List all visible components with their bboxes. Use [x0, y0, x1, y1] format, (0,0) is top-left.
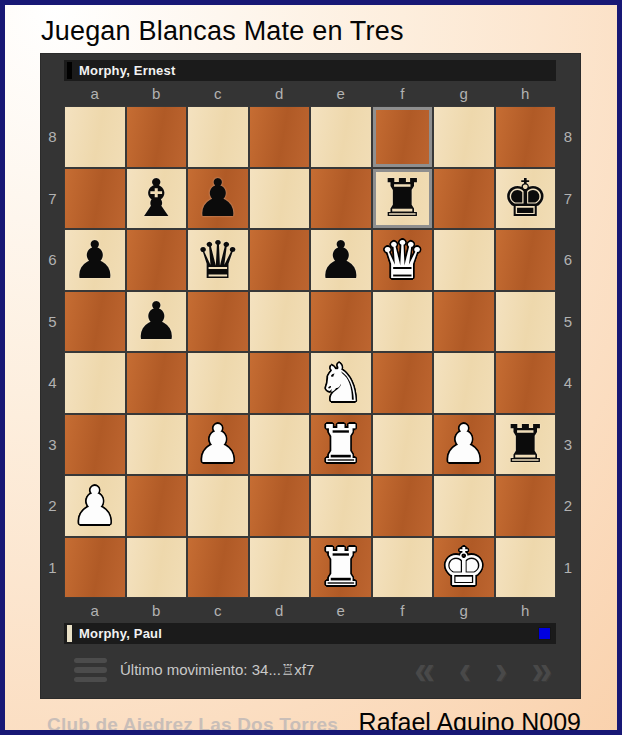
square-f7[interactable]: ♜	[372, 168, 434, 230]
square-g2[interactable]	[433, 475, 495, 537]
file-label-d: d	[249, 602, 311, 619]
square-a8[interactable]	[64, 106, 126, 168]
board-row-5: 5♟5	[41, 291, 580, 353]
file-label-c: c	[187, 85, 249, 102]
square-f8[interactable]	[372, 106, 434, 168]
nav-next-button[interactable]: ›	[495, 650, 507, 691]
square-c6[interactable]: ♛	[187, 229, 249, 291]
rank-label-7-left: 7	[41, 190, 64, 207]
square-a1[interactable]	[64, 537, 126, 599]
rank-label-5-right: 5	[556, 313, 580, 330]
file-label-d: d	[249, 85, 311, 102]
square-e8[interactable]	[310, 106, 372, 168]
black-pawn-c7: ♟	[194, 172, 241, 224]
square-e7[interactable]	[310, 168, 372, 230]
black-pawn-b5: ♟	[133, 295, 180, 347]
square-c8[interactable]	[187, 106, 249, 168]
white-pawn-a2: ♟	[71, 480, 118, 532]
player-bar-white: Morphy, Paul	[64, 623, 556, 644]
file-label-h: h	[495, 85, 557, 102]
black-color-indicator	[67, 62, 72, 79]
square-b1[interactable]	[126, 537, 188, 599]
player-name-white: Morphy, Paul	[79, 626, 162, 641]
square-c2[interactable]	[187, 475, 249, 537]
file-label-a: a	[64, 602, 126, 619]
square-g5[interactable]	[433, 291, 495, 353]
rank-label-1-left: 1	[41, 559, 64, 576]
square-h6[interactable]	[495, 229, 557, 291]
nav-first-button[interactable]: «	[414, 650, 435, 691]
rank-label-6-right: 6	[556, 251, 580, 268]
square-b3[interactable]	[126, 414, 188, 476]
square-e4[interactable]: ♞	[310, 352, 372, 414]
square-d2[interactable]	[249, 475, 311, 537]
white-rook-e3: ♜	[317, 418, 364, 470]
board-row-4: 4♞4	[41, 352, 580, 414]
square-b7[interactable]: ♝	[126, 168, 188, 230]
square-f4[interactable]	[372, 352, 434, 414]
square-e5[interactable]	[310, 291, 372, 353]
square-h2[interactable]	[495, 475, 557, 537]
square-h1[interactable]	[495, 537, 557, 599]
square-a7[interactable]	[64, 168, 126, 230]
white-queen-f6: ♛	[379, 234, 426, 286]
square-d5[interactable]	[249, 291, 311, 353]
black-pawn-a6: ♟	[71, 234, 118, 286]
move-navigation: « ‹ › »	[414, 652, 552, 689]
white-knight-e4: ♞	[317, 357, 364, 409]
file-label-e: e	[310, 602, 372, 619]
square-h3[interactable]: ♜	[495, 414, 557, 476]
square-b6[interactable]	[126, 229, 188, 291]
file-label-f: f	[372, 602, 434, 619]
square-a5[interactable]	[64, 291, 126, 353]
file-label-g: g	[433, 602, 495, 619]
rank-label-4-right: 4	[556, 374, 580, 391]
file-label-e: e	[310, 85, 372, 102]
black-pawn-e6: ♟	[317, 234, 364, 286]
board-row-7: 7♝♟♜♚7	[41, 168, 580, 230]
white-rook-e1: ♜	[317, 541, 364, 593]
rank-label-3-left: 3	[41, 436, 64, 453]
white-pawn-g3: ♟	[440, 418, 487, 470]
square-a2[interactable]: ♟	[64, 475, 126, 537]
menu-icon-line	[74, 667, 107, 673]
square-a6[interactable]: ♟	[64, 229, 126, 291]
black-rook-f7: ♜	[379, 172, 426, 224]
square-b8[interactable]	[126, 106, 188, 168]
board-row-6: 6♟♛♟♛6	[41, 229, 580, 291]
square-h8[interactable]	[495, 106, 557, 168]
file-label-h: h	[495, 602, 557, 619]
club-watermark: Club de Ajedrez Las Dos Torres	[47, 714, 338, 735]
rank-label-8-left: 8	[41, 128, 64, 145]
file-labels-top: abcdefgh	[41, 81, 580, 106]
square-c1[interactable]	[187, 537, 249, 599]
turn-indicator	[538, 627, 551, 640]
square-g7[interactable]	[433, 168, 495, 230]
black-rook-h3: ♜	[502, 418, 549, 470]
menu-icon-line	[74, 677, 107, 683]
square-h7[interactable]: ♚	[495, 168, 557, 230]
board-row-2: 2♟2	[41, 475, 580, 537]
square-c5[interactable]	[187, 291, 249, 353]
file-label-c: c	[187, 602, 249, 619]
square-d8[interactable]	[249, 106, 311, 168]
player-name-black: Morphy, Ernest	[79, 63, 175, 78]
square-e2[interactable]	[310, 475, 372, 537]
player-bar-black: Morphy, Ernest	[64, 60, 556, 81]
last-move-text: Último movimiento: 34...♖xf7	[120, 661, 314, 679]
square-c4[interactable]	[187, 352, 249, 414]
rank-label-2-right: 2	[556, 497, 580, 514]
square-d6[interactable]	[249, 229, 311, 291]
square-f2[interactable]	[372, 475, 434, 537]
footer: Club de Ajedrez Las Dos Torres Rafael Aq…	[5, 698, 617, 735]
black-bishop-b7: ♝	[133, 172, 180, 224]
square-c3[interactable]: ♟	[187, 414, 249, 476]
file-label-b: b	[126, 602, 188, 619]
square-a4[interactable]	[64, 352, 126, 414]
file-label-g: g	[433, 85, 495, 102]
square-g4[interactable]	[433, 352, 495, 414]
rank-label-1-right: 1	[556, 559, 580, 576]
file-label-f: f	[372, 85, 434, 102]
square-b2[interactable]	[126, 475, 188, 537]
black-king-h7: ♚	[502, 172, 549, 224]
square-d7[interactable]	[249, 168, 311, 230]
file-labels-bottom: abcdefgh	[41, 598, 580, 623]
status-bar: Último movimiento: 34...♖xf7 « ‹ › »	[41, 648, 580, 692]
author-credit: Rafael Aquino N009	[359, 708, 581, 735]
rank-label-3-right: 3	[556, 436, 580, 453]
rank-label-5-left: 5	[41, 313, 64, 330]
square-h4[interactable]	[495, 352, 557, 414]
square-c7[interactable]: ♟	[187, 168, 249, 230]
menu-icon[interactable]	[74, 658, 107, 683]
chess-panel: Morphy, Ernest abcdefgh 887♝♟♜♚76♟♛♟♛65♟…	[41, 54, 580, 698]
board-row-1: 1♜♚1	[41, 537, 580, 599]
rank-label-2-left: 2	[41, 497, 64, 514]
rank-label-4-left: 4	[41, 374, 64, 391]
square-a3[interactable]	[64, 414, 126, 476]
square-g8[interactable]	[433, 106, 495, 168]
file-label-b: b	[126, 85, 188, 102]
square-e3[interactable]: ♜	[310, 414, 372, 476]
square-g1[interactable]: ♚	[433, 537, 495, 599]
white-color-indicator	[67, 625, 72, 642]
square-g6[interactable]	[433, 229, 495, 291]
rank-label-7-right: 7	[556, 190, 580, 207]
square-f6[interactable]: ♛	[372, 229, 434, 291]
chess-board: 887♝♟♜♚76♟♛♟♛65♟54♞43♟♜♟♜32♟21♜♚1	[41, 106, 580, 598]
board-row-3: 3♟♜♟♜3	[41, 414, 580, 476]
nav-prev-button[interactable]: ‹	[459, 650, 471, 691]
menu-icon-line	[74, 658, 107, 664]
white-king-g1: ♚	[440, 541, 487, 593]
square-f5[interactable]	[372, 291, 434, 353]
page-background: Juegan Blancas Mate en Tres Morphy, Erne…	[0, 0, 622, 735]
square-h5[interactable]	[495, 291, 557, 353]
square-b5[interactable]: ♟	[126, 291, 188, 353]
black-queen-c6: ♛	[194, 234, 241, 286]
rank-label-8-right: 8	[556, 128, 580, 145]
square-b4[interactable]	[126, 352, 188, 414]
square-d1[interactable]	[249, 537, 311, 599]
square-f3[interactable]	[372, 414, 434, 476]
board-row-8: 88	[41, 106, 580, 168]
square-d3[interactable]	[249, 414, 311, 476]
white-pawn-c3: ♟	[194, 418, 241, 470]
square-g3[interactable]: ♟	[433, 414, 495, 476]
file-label-a: a	[64, 85, 126, 102]
square-e1[interactable]: ♜	[310, 537, 372, 599]
square-d4[interactable]	[249, 352, 311, 414]
page-title: Juegan Blancas Mate en Tres	[41, 16, 617, 47]
rank-label-6-left: 6	[41, 251, 64, 268]
square-e6[interactable]: ♟	[310, 229, 372, 291]
nav-last-button[interactable]: »	[531, 650, 552, 691]
square-f1[interactable]	[372, 537, 434, 599]
